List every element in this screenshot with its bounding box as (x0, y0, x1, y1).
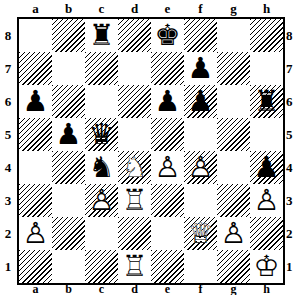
file-label-bottom-c: c (85, 284, 118, 295)
piece-white-pawn-a2: ♙ (19, 217, 52, 250)
piece-fill-white-rook: ♜ (118, 250, 151, 283)
square-a5[interactable] (19, 118, 52, 151)
piece-black-rook-c8: ♜ (85, 19, 118, 52)
square-e1[interactable] (151, 250, 184, 283)
piece-fill-white-knight: ♞ (118, 151, 151, 184)
square-h2[interactable] (250, 217, 283, 250)
square-c5[interactable]: ♛ (85, 118, 118, 151)
square-b7[interactable] (52, 52, 85, 85)
piece-white-pawn-h3: ♙ (250, 184, 283, 217)
square-c2[interactable] (85, 217, 118, 250)
rank-label-left-7: 7 (0, 52, 16, 85)
square-b2[interactable] (52, 217, 85, 250)
square-g4[interactable] (217, 151, 250, 184)
rank-label-right-6: 6 (286, 85, 295, 118)
square-g1[interactable] (217, 250, 250, 283)
square-b4[interactable] (52, 151, 85, 184)
rank-label-right-8: 8 (286, 19, 295, 52)
square-d8[interactable] (118, 19, 151, 52)
file-label-top-d: d (118, 1, 151, 17)
piece-fill-white-pawn: ♟ (217, 217, 250, 250)
square-e6[interactable]: ♟ (151, 85, 184, 118)
piece-white-pawn-c3: ♙ (85, 184, 118, 217)
piece-fill-white-pawn: ♟ (19, 217, 52, 250)
file-label-bottom-b: b (52, 284, 85, 295)
piece-fill-white-queen: ♛ (184, 217, 217, 250)
file-label-bottom-g: g (217, 284, 250, 295)
square-d2[interactable] (118, 217, 151, 250)
square-d4[interactable]: ♞♘ (118, 151, 151, 184)
piece-black-pawn-h4: ♟ (250, 151, 283, 184)
square-b6[interactable] (52, 85, 85, 118)
piece-black-pawn-e6: ♟ (151, 85, 184, 118)
piece-white-pawn-e4: ♙ (151, 151, 184, 184)
piece-black-pawn-f7: ♟ (184, 52, 217, 85)
file-label-top-f: f (184, 1, 217, 17)
square-c1[interactable] (85, 250, 118, 283)
square-d6[interactable] (118, 85, 151, 118)
piece-black-rook-h6: ♜ (250, 85, 283, 118)
square-g3[interactable] (217, 184, 250, 217)
piece-black-knight-c4: ♞ (85, 151, 118, 184)
rank-label-right-1: 1 (286, 250, 295, 283)
square-c7[interactable] (85, 52, 118, 85)
square-d5[interactable] (118, 118, 151, 151)
piece-black-pawn-f6: ♟ (184, 85, 217, 118)
square-b5[interactable]: ♟ (52, 118, 85, 151)
square-e8[interactable]: ♚ (151, 19, 184, 52)
square-d1[interactable]: ♜♖ (118, 250, 151, 283)
chess-diagram: ♜♚♟♟♟♟♜♟♛♞♞♘♟♙♟♙♟♟♙♜♖♟♙♟♙♛♕♟♙♜♖♚♔ aabbcc… (0, 0, 295, 295)
square-h3[interactable]: ♟♙ (250, 184, 283, 217)
square-f5[interactable] (184, 118, 217, 151)
rank-label-left-6: 6 (0, 85, 16, 118)
file-label-top-h: h (250, 1, 283, 17)
piece-white-king-h1: ♔ (250, 250, 283, 283)
piece-black-queen-c5: ♛ (85, 118, 118, 151)
rank-label-left-2: 2 (0, 217, 16, 250)
rank-label-right-3: 3 (286, 184, 295, 217)
square-f3[interactable] (184, 184, 217, 217)
piece-white-pawn-f4: ♙ (184, 151, 217, 184)
square-b3[interactable] (52, 184, 85, 217)
piece-fill-white-king: ♚ (250, 250, 283, 283)
square-c6[interactable] (85, 85, 118, 118)
file-label-bottom-a: a (19, 284, 52, 295)
square-c4[interactable]: ♞ (85, 151, 118, 184)
piece-fill-white-pawn: ♟ (250, 184, 283, 217)
piece-fill-white-rook: ♜ (118, 184, 151, 217)
square-g5[interactable] (217, 118, 250, 151)
square-e3[interactable] (151, 184, 184, 217)
rank-label-left-4: 4 (0, 151, 16, 184)
file-label-top-g: g (217, 1, 250, 17)
piece-black-pawn-b5: ♟ (52, 118, 85, 151)
square-e5[interactable] (151, 118, 184, 151)
square-g2[interactable]: ♟♙ (217, 217, 250, 250)
rank-label-right-7: 7 (286, 52, 295, 85)
square-f8[interactable] (184, 19, 217, 52)
square-c3[interactable]: ♟♙ (85, 184, 118, 217)
square-e4[interactable]: ♟♙ (151, 151, 184, 184)
square-a1[interactable] (19, 250, 52, 283)
piece-black-king-e8: ♚ (151, 19, 184, 52)
rank-label-left-8: 8 (0, 19, 16, 52)
square-a7[interactable] (19, 52, 52, 85)
file-label-top-b: b (52, 1, 85, 17)
square-h5[interactable] (250, 118, 283, 151)
square-a8[interactable] (19, 19, 52, 52)
square-a2[interactable]: ♟♙ (19, 217, 52, 250)
file-label-top-e: e (151, 1, 184, 17)
square-h7[interactable] (250, 52, 283, 85)
file-label-top-a: a (19, 1, 52, 17)
rank-label-right-5: 5 (286, 118, 295, 151)
square-f1[interactable] (184, 250, 217, 283)
piece-white-pawn-g2: ♙ (217, 217, 250, 250)
square-e2[interactable] (151, 217, 184, 250)
file-label-bottom-e: e (151, 284, 184, 295)
rank-label-left-5: 5 (0, 118, 16, 151)
square-d7[interactable] (118, 52, 151, 85)
piece-white-rook-d3: ♖ (118, 184, 151, 217)
piece-black-pawn-a6: ♟ (19, 85, 52, 118)
square-h1[interactable]: ♚♔ (250, 250, 283, 283)
square-c8[interactable]: ♜ (85, 19, 118, 52)
piece-white-queen-f2: ♕ (184, 217, 217, 250)
rank-label-left-3: 3 (0, 184, 16, 217)
piece-white-knight-d4: ♘ (118, 151, 151, 184)
file-label-top-c: c (85, 1, 118, 17)
piece-fill-white-pawn: ♟ (184, 151, 217, 184)
rank-label-left-1: 1 (0, 250, 16, 283)
square-a4[interactable] (19, 151, 52, 184)
square-g7[interactable] (217, 52, 250, 85)
chess-board: ♜♚♟♟♟♟♜♟♛♞♞♘♟♙♟♙♟♟♙♜♖♟♙♟♙♛♕♟♙♜♖♚♔ (17, 17, 285, 285)
square-a6[interactable]: ♟ (19, 85, 52, 118)
square-h8[interactable] (250, 19, 283, 52)
square-e7[interactable] (151, 52, 184, 85)
rank-label-right-4: 4 (286, 151, 295, 184)
square-h6[interactable]: ♜ (250, 85, 283, 118)
square-h4[interactable]: ♟ (250, 151, 283, 184)
square-f2[interactable]: ♛♕ (184, 217, 217, 250)
rank-label-right-2: 2 (286, 217, 295, 250)
file-label-bottom-h: h (250, 284, 283, 295)
piece-fill-white-pawn: ♟ (151, 151, 184, 184)
square-g8[interactable] (217, 19, 250, 52)
piece-white-rook-d1: ♖ (118, 250, 151, 283)
file-label-bottom-f: f (184, 284, 217, 295)
square-f7[interactable]: ♟ (184, 52, 217, 85)
square-b1[interactable] (52, 250, 85, 283)
square-f6[interactable]: ♟ (184, 85, 217, 118)
square-b8[interactable] (52, 19, 85, 52)
square-g6[interactable] (217, 85, 250, 118)
file-label-bottom-d: d (118, 284, 151, 295)
square-a3[interactable] (19, 184, 52, 217)
square-f4[interactable]: ♟♙ (184, 151, 217, 184)
square-d3[interactable]: ♜♖ (118, 184, 151, 217)
piece-fill-white-pawn: ♟ (85, 184, 118, 217)
